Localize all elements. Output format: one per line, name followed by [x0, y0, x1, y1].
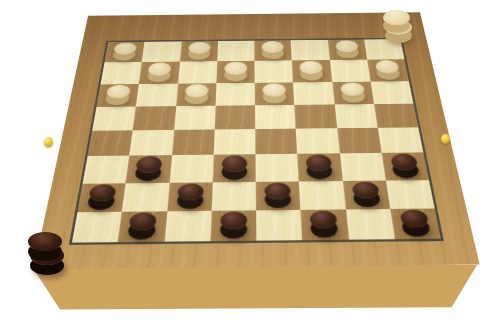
square-r8c6[interactable]: [301, 209, 349, 240]
square-r6c8[interactable]: [381, 153, 428, 180]
square-r3c1[interactable]: [97, 84, 140, 107]
square-r7c1[interactable]: [77, 183, 125, 212]
square-r5c5[interactable]: [255, 129, 297, 155]
square-r3c5[interactable]: [255, 82, 295, 105]
square-r8c2[interactable]: [118, 211, 167, 242]
square-r1c4[interactable]: [217, 41, 254, 62]
square-r1c6[interactable]: [291, 40, 330, 61]
dark-piece[interactable]: [264, 182, 291, 199]
dark-piece[interactable]: [136, 156, 163, 172]
dark-piece[interactable]: [221, 156, 247, 172]
square-r6c7[interactable]: [339, 153, 385, 180]
product-photo-scene: [0, 0, 500, 329]
square-r5c2[interactable]: [130, 130, 174, 156]
square-r8c5[interactable]: [256, 210, 302, 241]
square-r3c7[interactable]: [332, 81, 374, 104]
dark-piece[interactable]: [351, 181, 379, 198]
square-r1c7[interactable]: [327, 40, 367, 61]
square-r5c1[interactable]: [88, 130, 133, 156]
dark-piece[interactable]: [176, 183, 203, 200]
square-r2c7[interactable]: [329, 60, 370, 82]
light-piece[interactable]: [262, 83, 286, 97]
square-r7c5[interactable]: [256, 181, 301, 210]
square-r4c8[interactable]: [374, 103, 418, 127]
dark-piece[interactable]: [399, 209, 429, 227]
light-piece[interactable]: [113, 43, 137, 55]
square-r4c1[interactable]: [92, 106, 136, 130]
square-r6c6[interactable]: [297, 154, 342, 181]
square-r4c5[interactable]: [255, 105, 296, 129]
square-r7c3[interactable]: [167, 182, 213, 211]
dark-piece[interactable]: [88, 184, 117, 201]
square-r8c1[interactable]: [72, 212, 122, 243]
light-piece[interactable]: [224, 62, 247, 75]
square-r2c8[interactable]: [367, 59, 409, 81]
square-r3c2[interactable]: [136, 83, 178, 106]
square-r4c3[interactable]: [174, 106, 216, 130]
dark-piece[interactable]: [310, 210, 339, 228]
light-spare-piece-stack[interactable]: [383, 10, 412, 46]
light-piece[interactable]: [375, 60, 400, 73]
square-r7c6[interactable]: [299, 181, 345, 210]
square-r5c3[interactable]: [172, 129, 215, 155]
light-piece[interactable]: [335, 40, 359, 52]
light-piece[interactable]: [300, 61, 324, 74]
wooden-box-side: [31, 265, 477, 311]
square-r6c4[interactable]: [212, 154, 255, 181]
square-r6c2[interactable]: [126, 155, 172, 182]
light-piece[interactable]: [148, 63, 172, 76]
square-r8c7[interactable]: [345, 209, 394, 240]
dark-piece[interactable]: [390, 154, 418, 170]
square-r3c4[interactable]: [215, 82, 255, 105]
dark-piece[interactable]: [129, 212, 158, 230]
square-r2c4[interactable]: [216, 61, 255, 83]
light-piece[interactable]: [188, 42, 211, 54]
square-r4c7[interactable]: [334, 104, 377, 128]
square-r7c7[interactable]: [342, 180, 390, 209]
square-r5c7[interactable]: [337, 128, 382, 154]
square-r5c4[interactable]: [213, 129, 255, 155]
square-r4c2[interactable]: [133, 106, 176, 130]
square-r5c8[interactable]: [377, 127, 423, 153]
dark-piece[interactable]: [28, 232, 62, 251]
square-r3c8[interactable]: [370, 81, 413, 104]
dark-piece[interactable]: [306, 155, 333, 171]
playing-area: [69, 38, 444, 245]
square-r4c6[interactable]: [295, 104, 337, 128]
square-r3c3[interactable]: [176, 83, 216, 106]
square-r2c5[interactable]: [254, 61, 293, 83]
brass-clasp-knob-right[interactable]: [441, 134, 450, 144]
square-r2c3[interactable]: [178, 61, 217, 83]
brass-clasp-knob-left[interactable]: [44, 137, 53, 147]
square-r2c2[interactable]: [139, 62, 179, 84]
square-r5c6[interactable]: [296, 128, 339, 154]
square-r3c6[interactable]: [293, 82, 334, 105]
dark-spare-piece-stack[interactable]: [28, 232, 64, 280]
board-frame: [34, 12, 480, 269]
square-r4c4[interactable]: [214, 105, 255, 129]
square-r6c1[interactable]: [83, 156, 130, 183]
light-piece[interactable]: [262, 41, 285, 53]
square-r7c4[interactable]: [211, 181, 256, 210]
square-r1c3[interactable]: [179, 41, 217, 62]
light-piece[interactable]: [383, 10, 410, 25]
light-piece[interactable]: [106, 85, 131, 99]
square-r1c1[interactable]: [104, 42, 144, 63]
square-r8c3[interactable]: [164, 211, 211, 242]
square-r6c3[interactable]: [169, 155, 213, 182]
square-r2c1[interactable]: [101, 62, 142, 84]
square-r1c5[interactable]: [254, 40, 292, 61]
dark-piece[interactable]: [220, 211, 247, 229]
square-r6c5[interactable]: [255, 154, 299, 181]
square-r1c2[interactable]: [142, 41, 181, 62]
square-r7c8[interactable]: [386, 180, 435, 209]
light-piece[interactable]: [184, 84, 208, 98]
light-piece[interactable]: [340, 82, 365, 96]
square-r8c4[interactable]: [210, 210, 256, 241]
square-r7c2[interactable]: [122, 182, 169, 211]
square-r8c8[interactable]: [390, 208, 441, 239]
square-r2c6[interactable]: [292, 60, 332, 82]
